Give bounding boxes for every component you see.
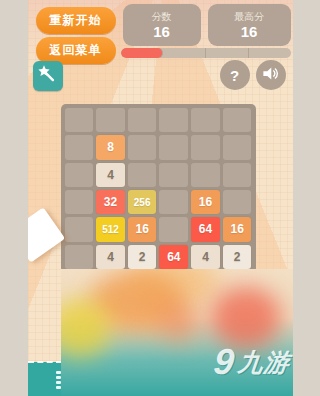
watermark-logo-9: 9 xyxy=(213,344,237,380)
tile-512: 512 xyxy=(96,217,125,241)
empty-cell xyxy=(65,217,94,241)
empty-cell xyxy=(191,135,220,159)
blur-blob xyxy=(61,299,111,357)
tile-64: 64 xyxy=(191,217,220,241)
best-score-label: 最高分 xyxy=(234,10,264,23)
empty-cell xyxy=(223,190,252,214)
best-score-panel: 最高分 16 xyxy=(208,4,291,46)
empty-cell xyxy=(65,190,94,214)
tile-16: 16 xyxy=(128,217,157,241)
watermark: 9 九游 xyxy=(213,344,293,380)
magic-wand-button[interactable] xyxy=(33,61,63,91)
tile-2: 2 xyxy=(128,245,157,269)
tile-4: 4 xyxy=(191,245,220,269)
watermark-text: 九游 xyxy=(237,346,292,379)
progress-segment xyxy=(206,48,249,58)
tile-8: 8 xyxy=(96,135,125,159)
help-button[interactable]: ? xyxy=(220,60,250,90)
best-score-value: 16 xyxy=(241,23,258,40)
tile-256: 256 xyxy=(128,190,157,214)
empty-cell xyxy=(223,163,252,187)
empty-cell xyxy=(191,108,220,132)
blur-blob xyxy=(211,287,281,349)
blur-blob xyxy=(157,303,201,343)
tile-16: 16 xyxy=(223,217,252,241)
empty-cell xyxy=(65,245,94,269)
empty-cell xyxy=(65,135,94,159)
question-mark-icon: ? xyxy=(230,67,239,84)
return-menu-button[interactable]: 返回菜单 xyxy=(36,37,116,64)
score-value: 16 xyxy=(153,23,170,40)
sound-button[interactable] xyxy=(256,60,286,90)
game-screen: 重新开始 返回菜单 分数 16 最高分 16 ? 843225616512166… xyxy=(28,0,293,396)
empty-cell xyxy=(159,135,188,159)
empty-cell xyxy=(159,190,188,214)
tile-4: 4 xyxy=(96,163,125,187)
empty-cell xyxy=(223,135,252,159)
empty-cell xyxy=(128,108,157,132)
score-label: 分数 xyxy=(152,10,172,23)
empty-cell xyxy=(96,108,125,132)
dashed-divider xyxy=(28,361,62,363)
empty-cell xyxy=(159,163,188,187)
tile-64: 64 xyxy=(159,245,188,269)
empty-cell xyxy=(223,108,252,132)
empty-cell xyxy=(65,108,94,132)
tile-32: 32 xyxy=(96,190,125,214)
magic-wand-icon xyxy=(37,64,58,89)
speaker-icon xyxy=(261,64,280,86)
empty-cell xyxy=(159,108,188,132)
empty-cell xyxy=(65,163,94,187)
empty-cell xyxy=(191,163,220,187)
restart-button[interactable]: 重新开始 xyxy=(36,7,116,34)
score-panel: 分数 16 xyxy=(123,4,201,46)
progress-segment xyxy=(163,48,206,58)
board-grid[interactable]: 843225616512166416426442 xyxy=(61,104,256,273)
progress-segment xyxy=(249,48,291,58)
empty-cell xyxy=(128,135,157,159)
progress-bar xyxy=(121,48,291,58)
tile-16: 16 xyxy=(191,190,220,214)
tile-2: 2 xyxy=(223,245,252,269)
progress-fill xyxy=(121,48,164,58)
empty-cell xyxy=(159,217,188,241)
tile-4: 4 xyxy=(96,245,125,269)
empty-cell xyxy=(128,163,157,187)
